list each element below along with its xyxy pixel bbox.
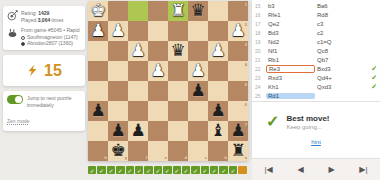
prev-move-button[interactable]: ◀ [297,166,303,174]
board-square-f2[interactable] [128,21,148,41]
playback-controls: |◀◀▶▶| [252,158,380,180]
streak-win-square: ✓ [210,166,218,174]
streak-win-square: ✓ [107,166,115,174]
board-square-d8[interactable]: d [168,141,188,161]
board-square-h2[interactable]: ♟ [88,21,108,41]
best-move-check-icon: ✓ [266,114,279,130]
file-coord: h [105,155,107,160]
feedback-subtitle: Keep going... [286,124,329,130]
board-square-d4[interactable] [168,61,188,81]
board-square-h7[interactable] [88,121,108,141]
streak-win-square: ✓ [144,166,152,174]
board-square-d1[interactable]: ♜ [168,1,188,21]
board-square-e2[interactable] [148,21,168,41]
move-number: 20 [255,48,266,54]
board-square-c4[interactable]: ♟ [188,61,208,81]
left-sidebar: Rating: 1429 Played 3,064 times From gam… [3,6,85,136]
move-number: 15 [255,3,266,9]
white-pawn-piece[interactable]: ♟ [130,41,145,61]
board-square-h3[interactable] [88,41,108,61]
white-move[interactable]: Nd2 [266,39,315,45]
board-square-a7[interactable]: ♟7 [228,121,248,141]
streak-count: 15 [44,62,62,80]
move-list[interactable]: 15b3Ba616Rfe1Rd817Qe2c318Bd3c219Nd2c1=Q2… [252,0,380,101]
black-queen-piece[interactable]: ♛ [170,41,185,61]
move-number: 19 [255,39,266,45]
board-square-a5[interactable]: 5 [228,81,248,101]
move-row: 21Rb1Qb7 [252,55,380,64]
rank-coord: 7 [245,122,247,127]
board-square-e3[interactable] [148,41,168,61]
move-correct-check-icon: ✓ [371,74,377,82]
move-row: 23Rxd3Qd4+✓ [252,73,380,82]
rapid-rabbit-icon [7,27,18,38]
board-square-d7[interactable] [168,121,188,141]
board-square-e5[interactable] [148,81,168,101]
move-correct-check-icon: ✓ [371,83,377,91]
board-square-b8[interactable]: b [208,141,228,161]
board-square-e6[interactable] [148,101,168,121]
board-square-g5[interactable] [108,81,128,101]
black-move[interactable]: Qxd3 [315,84,364,90]
board-square-c6[interactable] [188,101,208,121]
file-coord: f [146,155,147,160]
streak-bolt-icon [26,64,39,77]
rank-coord: 2 [245,22,247,27]
file-coord: c [205,155,207,160]
white-move[interactable]: Re3 [266,65,315,73]
board-square-e1[interactable] [148,1,168,21]
board-square-d2[interactable] [168,21,188,41]
file-coord: e [165,155,167,160]
black-pawn-piece[interactable]: ♟ [90,101,105,121]
hint-link[interactable]: hint [252,139,380,145]
black-queen-piece[interactable]: ♛ [190,1,205,21]
board-square-b7[interactable]: ♝ [208,121,228,141]
file-coord: b [225,155,227,160]
black-pawn-piece[interactable]: ♟ [230,121,245,141]
move-correct-check-icon: ✓ [371,65,377,73]
board-square-d6[interactable] [168,101,188,121]
rank-coord: 3 [245,42,247,47]
chess-board[interactable]: ♚♜♛1♟♟♟2♟♛♟3♟♟4♟5♟♟6♟♟♝♟7h♚gfedcb♜a [88,1,248,161]
board-square-a6[interactable]: 6 [228,101,248,121]
move-row: 17Qe2c3 [252,19,380,28]
white-pawn-piece[interactable]: ♟ [230,21,245,41]
board-square-a8[interactable]: ♜a [228,141,248,161]
black-color-dot [21,42,25,46]
white-move[interactable]: Kh1 [266,84,315,90]
first-move-button[interactable]: |◀ [264,166,272,174]
white-move[interactable]: Qe2 [266,21,315,27]
file-coord: d [185,155,187,160]
board-square-f5[interactable] [128,81,148,101]
move-number: 24 [255,84,266,90]
board-square-b4[interactable] [208,61,228,81]
board-square-e4[interactable]: ♟ [148,61,168,81]
board-square-b5[interactable] [208,81,228,101]
white-pawn-piece[interactable]: ♟ [90,21,105,41]
black-move[interactable]: c3 [315,21,364,27]
black-move[interactable]: Bxd3 [315,66,364,72]
move-number: 17 [255,21,266,27]
white-move[interactable]: Rd1 [266,93,315,99]
puzzle-right-panel: 15b3Ba616Rfe1Rd817Qe2c318Bd3c219Nd2c1=Q2… [252,0,380,158]
black-move[interactable]: Ba6 [315,3,364,9]
streak-win-square: ✓ [201,166,209,174]
black-bishop-piece[interactable]: ♝ [210,121,225,141]
autonext-label: Jump to next puzzle immediately [27,95,81,109]
rank-coord: 4 [245,62,247,67]
file-coord: a [245,155,247,160]
board-square-b6[interactable]: ♟ [208,101,228,121]
feedback-block: ✓ Best move! Keep going... [252,102,380,130]
rank-coord: 1 [245,2,247,7]
move-number: 21 [255,57,266,63]
board-square-f3[interactable]: ♟ [128,41,148,61]
board-square-e7[interactable] [148,121,168,141]
board-square-g1[interactable] [108,1,128,21]
autonext-card: Jump to next puzzle immediately Zen mode [3,91,85,131]
white-pawn-piece[interactable]: ♟ [150,61,165,81]
board-square-f6[interactable] [128,101,148,121]
black-move[interactable]: Rd8 [315,12,364,18]
autonext-toggle[interactable] [7,95,23,104]
black-move[interactable]: c2 [315,30,364,36]
white-king-piece[interactable]: ♚ [90,1,105,21]
board-square-f1[interactable] [128,1,148,21]
target-icon [7,10,18,21]
board-square-g3[interactable] [108,41,128,61]
zen-mode-link[interactable]: Zen mode [7,118,30,124]
move-number: 22 [255,66,266,72]
streak-win-square: ✓ [191,166,199,174]
board-square-g4[interactable] [108,61,128,81]
move-row: 19Nd2c1=Q [252,37,380,46]
streak-win-square: ✓ [229,166,237,174]
streak-win-square: ✓ [154,166,162,174]
streak-win-square: ✓ [163,166,171,174]
board-square-h5[interactable] [88,81,108,101]
board-square-g2[interactable]: ♟ [108,21,128,41]
board-square-c3[interactable] [188,41,208,61]
white-pawn-piece[interactable]: ♟ [110,21,125,41]
black-pawn-piece[interactable]: ♟ [110,121,125,141]
puzzle-rating: Rating: 1429 [21,10,64,17]
file-coord: g [125,155,127,160]
streak-win-square: ✓ [97,166,105,174]
streak-current-square [238,166,246,174]
board-square-b2[interactable] [208,21,228,41]
puzzle-info-card: Rating: 1429 Played 3,064 times From gam… [3,6,85,50]
board-square-a3[interactable]: 3 [228,41,248,61]
move-row: 15b3Ba6 [252,1,380,10]
black-pawn-piece[interactable]: ♟ [130,121,145,141]
move-number: 23 [255,75,266,81]
white-move[interactable]: b3 [266,3,315,9]
black-move[interactable]: Qc8 [315,48,364,54]
board-square-g7[interactable]: ♟ [108,121,128,141]
puzzle-played-count: Played 3,064 times [21,17,64,24]
white-move[interactable]: Nf1 [266,48,315,54]
feedback-title: Best move! [286,114,329,124]
board-square-h6[interactable]: ♟ [88,101,108,121]
board-square-g8[interactable]: ♚g [108,141,128,161]
streak-counter-card: 15 [3,55,85,86]
move-row: 16Rfe1Rd8 [252,10,380,19]
last-move-button[interactable]: ▶| [359,166,367,174]
white-move[interactable]: Rfe1 [266,12,315,18]
move-row: 24Kh1Qxd3✓ [252,82,380,91]
board-square-h8[interactable]: h [88,141,108,161]
white-pawn-piece[interactable]: ♟ [190,61,205,81]
board-square-c7[interactable] [188,121,208,141]
streak-win-square: ✓ [135,166,143,174]
black-move[interactable]: Qd4+ [315,75,364,81]
board-square-f7[interactable]: ♟ [128,121,148,141]
move-number: 18 [255,30,266,36]
board-square-f8[interactable]: f [128,141,148,161]
board-square-h4[interactable] [88,61,108,81]
streak-win-square: ✓ [126,166,134,174]
streak-win-square: ✓ [88,166,96,174]
board-square-a4[interactable]: 4 [228,61,248,81]
black-rook-piece[interactable]: ♜ [230,141,245,161]
streak-win-square: ✓ [173,166,181,174]
board-square-a2[interactable]: ♟2 [228,21,248,41]
white-move[interactable]: Rxd3 [266,75,315,81]
move-number: 16 [255,12,266,18]
rank-coord: 6 [245,102,247,107]
rank-coord: 5 [245,82,247,87]
white-move[interactable]: Bd3 [266,30,315,36]
black-king-piece[interactable]: ♚ [110,141,125,161]
from-game-line[interactable]: From game #5045 • Rapid [21,27,79,34]
board-square-f4[interactable] [128,61,148,81]
board-square-b1[interactable] [208,1,228,21]
player-black: Abrodon2807 (1360) [21,40,79,46]
streak-win-square: ✓ [182,166,190,174]
board-square-d5[interactable] [168,81,188,101]
move-row: 18Bd3c2 [252,28,380,37]
board-square-c1[interactable]: ♛ [188,1,208,21]
board-square-c5[interactable]: ♟ [188,81,208,101]
black-pawn-piece[interactable]: ♟ [210,101,225,121]
board-square-d3[interactable]: ♛ [168,41,188,61]
board-square-c2[interactable] [188,21,208,41]
next-move-button[interactable]: ▶ [328,166,334,174]
streak-history-strip: ✓✓✓✓✓✓✓✓✓✓✓✓✓✓✓✓ [88,166,248,174]
move-row: 20Nf1Qc8 [252,46,380,55]
black-move[interactable]: Qb7 [315,57,364,63]
board-square-g6[interactable] [108,101,128,121]
black-move[interactable]: c1=Q [315,39,364,45]
streak-win-square: ✓ [219,166,227,174]
board-square-c8[interactable]: c [188,141,208,161]
white-pawn-piece[interactable]: ♟ [210,41,225,61]
move-number: 25 [255,93,266,99]
board-square-b3[interactable]: ♟ [208,41,228,61]
white-move[interactable]: Rb1 [266,57,315,63]
move-row: 25Rd1 [252,91,380,100]
board-square-a1[interactable]: 1 [228,1,248,21]
board-square-h1[interactable]: ♚ [88,1,108,21]
board-square-e8[interactable]: e [148,141,168,161]
black-pawn-piece[interactable]: ♟ [190,81,205,101]
white-rook-piece[interactable]: ♜ [170,1,185,21]
streak-win-square: ✓ [116,166,124,174]
move-row: 22Re3Bxd3✓ [252,64,380,73]
